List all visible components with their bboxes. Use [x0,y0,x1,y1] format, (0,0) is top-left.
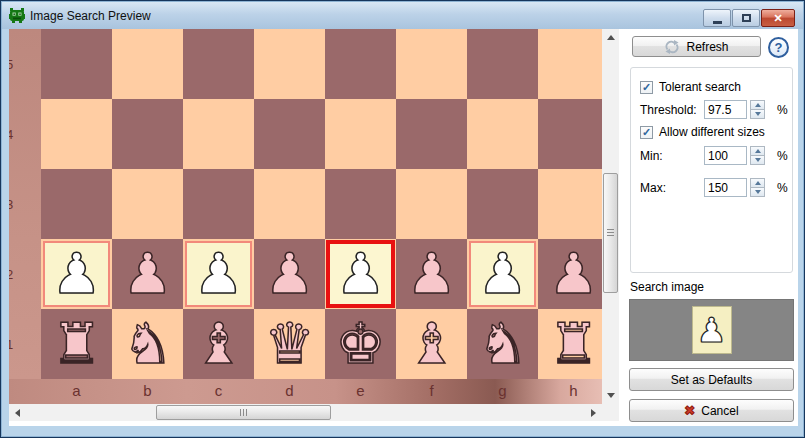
square-b2: ♟ [112,239,183,309]
scroll-down-button[interactable] [602,387,619,404]
board-squares: ♟♟♟♟♟♟♟♟♜♞♝♛♚♝♞♜ [41,29,602,379]
help-button[interactable]: ? [768,37,789,58]
square-b3 [112,169,183,239]
square-d3 [254,169,325,239]
search-options-group: ✓ Tolerant search Threshold: % ✓ Allow d… [630,67,793,273]
piece-P-g2: ♟ [477,241,527,307]
piece-P-f2: ♟ [406,241,456,307]
rank-label-5: 5 [9,29,41,99]
min-unit: % [777,149,788,163]
current-match-highlight-e2: ♟ [326,240,395,308]
square-b1: ♞ [112,309,183,379]
set-as-defaults-label: Set as Defaults [671,373,752,387]
rank-label-1: 1 [9,309,41,379]
app-frog-icon [9,8,25,24]
piece-P-a2: ♟ [51,241,101,307]
threshold-input[interactable] [704,100,747,119]
scroll-up-icon [607,35,615,40]
piece-Q-d1: ♛ [264,311,314,377]
vertical-scrollbar[interactable] [602,29,619,404]
scroll-right-icon [591,409,596,417]
file-label-f: f [396,379,467,404]
piece-B-c1: ♝ [193,311,243,377]
allow-different-sizes-label: Allow different sizes [659,125,765,139]
match-highlight-a2: ♟ [43,241,110,307]
square-a5 [41,29,112,99]
file-label-b: b [112,379,183,404]
square-g2: ♟ [467,239,538,309]
cancel-label: Cancel [701,404,738,418]
allow-different-sizes-checkbox[interactable]: ✓ [640,126,653,139]
white-pawn-icon: ♟ [696,308,726,352]
square-g4 [467,99,538,169]
square-h4 [538,99,602,169]
checkbox-check-icon: ✓ [642,127,651,138]
search-image-preview: ♟ [629,299,794,361]
square-a2: ♟ [41,239,112,309]
rank-label-3: 3 [9,169,41,239]
max-input[interactable] [704,178,747,197]
square-f5 [396,29,467,99]
square-d4 [254,99,325,169]
title-bar[interactable]: Image Search Preview ✕ [2,2,803,29]
scroll-down-icon [607,393,615,398]
threshold-spinner [750,100,765,119]
square-f4 [396,99,467,169]
square-c3 [183,169,254,239]
control-panel: Refresh ? ✓ Tolerant search Threshold: % [619,29,798,426]
min-input[interactable] [704,146,747,165]
square-f3 [396,169,467,239]
set-as-defaults-button[interactable]: Set as Defaults [629,368,794,391]
rank-labels: 54321 [9,29,41,379]
spin-up-icon [755,149,761,153]
refresh-button[interactable]: Refresh [632,36,761,57]
max-unit: % [777,181,788,195]
spin-down-icon [755,158,761,162]
rank-label-4: 4 [9,99,41,169]
max-label: Max: [640,181,666,195]
square-e1: ♚ [325,309,396,379]
piece-B-f1: ♝ [406,311,456,377]
dialog-client-area: 54321 ♟♟♟♟♟♟♟♟♜♞♝♛♚♝♞♜ abcdefgh [9,29,798,426]
piece-R-a1: ♜ [51,311,101,377]
scroll-up-button[interactable] [602,29,619,46]
file-labels: abcdefgh [41,379,602,404]
horizontal-scroll-thumb[interactable] [156,405,331,420]
piece-N-g1: ♞ [477,311,527,377]
square-h1: ♜ [538,309,602,379]
square-f1: ♝ [396,309,467,379]
maximize-button[interactable] [732,9,760,27]
minimize-button[interactable] [703,9,731,27]
file-label-d: d [254,379,325,404]
square-e5 [325,29,396,99]
file-label-a: a [41,379,112,404]
file-label-c: c [183,379,254,404]
spin-down-icon [755,190,761,194]
piece-P-b2: ♟ [122,241,172,307]
square-b4 [112,99,183,169]
square-h2: ♟ [538,239,602,309]
square-b5 [112,29,183,99]
spin-up-icon [755,103,761,107]
horizontal-scrollbar[interactable] [9,404,602,421]
maximize-icon [742,14,751,22]
square-h3 [538,169,602,239]
file-label-g: g [467,379,538,404]
scroll-left-icon [15,409,20,417]
piece-P-h2: ♟ [548,241,598,307]
match-highlight-g2: ♟ [469,241,536,307]
tolerant-search-checkbox[interactable]: ✓ [640,81,653,94]
thumb-grip [607,229,614,237]
square-e2: ♟ [325,239,396,309]
square-g1: ♞ [467,309,538,379]
square-e4 [325,99,396,169]
file-label-e: e [325,379,396,404]
cancel-x-icon: ✖ [684,403,695,418]
file-label-h: h [538,379,602,404]
spin-down-icon [755,112,761,116]
spin-up-icon [755,181,761,185]
scrollbar-corner [602,404,619,421]
refresh-icon [664,40,680,54]
help-icon: ? [775,40,783,55]
board-preview-viewport[interactable]: 54321 ♟♟♟♟♟♟♟♟♜♞♝♛♚♝♞♜ abcdefgh [9,29,602,404]
square-c2: ♟ [183,239,254,309]
scroll-left-button[interactable] [9,404,26,421]
square-e3 [325,169,396,239]
vertical-scroll-thumb[interactable] [603,173,618,293]
square-c1: ♝ [183,309,254,379]
search-image-tile: ♟ [692,306,732,354]
threshold-label: Threshold: [640,103,697,117]
match-highlight-c2: ♟ [185,241,252,307]
piece-P-e2: ♟ [335,241,385,307]
spin-up-button[interactable] [751,101,764,109]
image-search-preview-window: Image Search Preview ✕ 54321 ♟♟♟♟♟♟♟♟♜♞♝… [0,0,805,438]
spin-down-button[interactable] [751,187,764,196]
spin-down-button[interactable] [751,109,764,118]
spin-up-button[interactable] [751,147,764,155]
min-label: Min: [640,149,663,163]
threshold-unit: % [777,103,788,117]
search-image-label: Search image [630,280,704,294]
piece-P-d2: ♟ [264,241,314,307]
square-f2: ♟ [396,239,467,309]
cancel-button[interactable]: ✖ Cancel [629,399,794,422]
tolerant-search-label: Tolerant search [659,80,741,94]
square-d1: ♛ [254,309,325,379]
scroll-right-button[interactable] [585,404,602,421]
spin-down-button[interactable] [751,155,764,164]
square-g3 [467,169,538,239]
thumb-grip [240,409,248,416]
piece-N-b1: ♞ [122,311,172,377]
square-a4 [41,99,112,169]
square-a1: ♜ [41,309,112,379]
close-button[interactable]: ✕ [761,9,795,27]
window-title: Image Search Preview [30,9,151,23]
minimize-icon [713,21,722,24]
refresh-label: Refresh [686,40,728,54]
close-icon: ✕ [773,12,782,25]
square-h5 [538,29,602,99]
square-d2: ♟ [254,239,325,309]
max-spinner [750,178,765,197]
spin-up-button[interactable] [751,179,764,187]
square-a3 [41,169,112,239]
piece-K-e1: ♚ [335,311,385,377]
square-d5 [254,29,325,99]
rank-label-2: 2 [9,239,41,309]
checkbox-check-icon: ✓ [642,82,651,93]
piece-P-c2: ♟ [193,241,243,307]
min-spinner [750,146,765,165]
piece-R-h1: ♜ [548,311,598,377]
square-g5 [467,29,538,99]
square-c4 [183,99,254,169]
square-c5 [183,29,254,99]
